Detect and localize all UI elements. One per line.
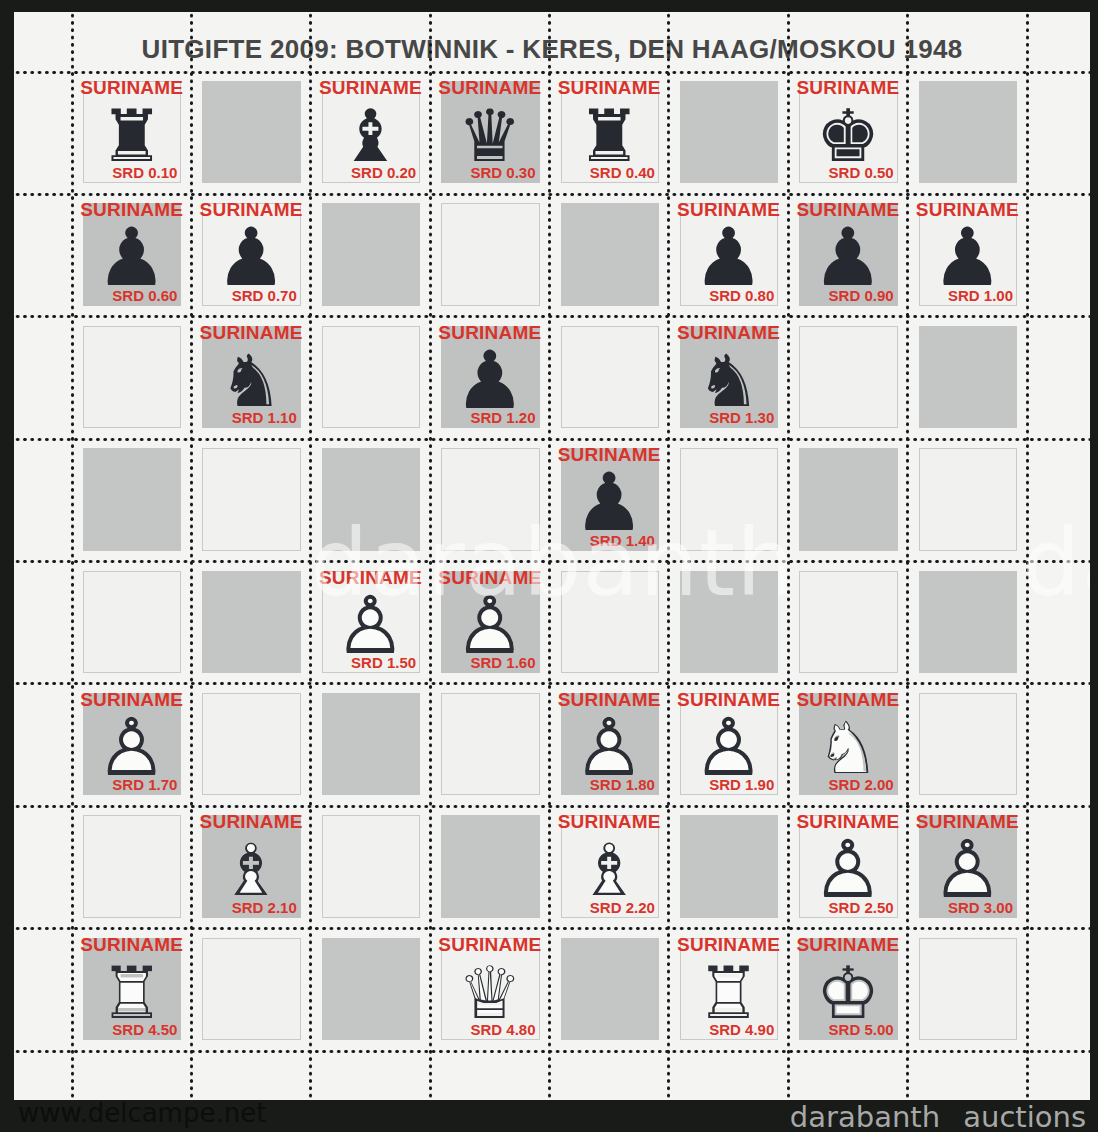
light-square (83, 815, 181, 917)
stamp-c8: SURINAME♝SRD 0.20 (311, 72, 430, 194)
stamp-sheet: UITGIFTE 2009: BOTWINNIK - KERES, DEN HA… (14, 12, 1090, 1100)
light-square (322, 326, 420, 428)
perforation-line (14, 926, 1090, 931)
dark-square (680, 81, 778, 183)
dark-square (919, 571, 1017, 673)
country-label: SURINAME (430, 77, 549, 99)
stamp-f2 (669, 806, 788, 928)
stamp-h3 (908, 684, 1027, 806)
stamp-e4 (550, 562, 669, 684)
stamp-value: SRD 3.00 (948, 899, 1013, 916)
perforation-line (14, 314, 1090, 319)
stamp-g1: SURINAME♚♔SRD 5.00 (788, 929, 907, 1051)
stamp-value: SRD 5.00 (829, 1021, 894, 1038)
stamp-e2: SURINAME♝♗SRD 2.20 (550, 806, 669, 928)
stamp-c4: SURINAME♟♙SRD 1.50 (311, 562, 430, 684)
stamp-h5 (908, 439, 1027, 561)
country-label: SURINAME (72, 77, 191, 99)
light-square (799, 326, 897, 428)
stamp-value: SRD 4.90 (709, 1021, 774, 1038)
stamp-value: SRD 0.30 (470, 164, 535, 181)
country-label: SURINAME (72, 199, 191, 221)
country-label: SURINAME (788, 689, 907, 711)
country-label: SURINAME (430, 934, 549, 956)
perforation-line (547, 12, 552, 1100)
perforation-line (189, 12, 194, 1100)
country-label: SURINAME (550, 689, 669, 711)
stamp-value: SRD 2.20 (590, 899, 655, 916)
country-label: SURINAME (550, 77, 669, 99)
dark-square (83, 448, 181, 550)
dark-square (919, 81, 1017, 183)
light-square (202, 693, 300, 795)
stamp-d1: SURINAME♛♕SRD 4.80 (430, 929, 549, 1051)
dark-square (322, 938, 420, 1040)
stamp-value: SRD 1.60 (470, 654, 535, 671)
perforation-line (70, 12, 75, 1100)
dark-square (680, 815, 778, 917)
dark-square (919, 326, 1017, 428)
stamp-d8: SURINAME♛SRD 0.30 (430, 72, 549, 194)
stamp-f5 (669, 439, 788, 561)
stamp-g5 (788, 439, 907, 561)
stamp-h2: SURINAME♟♙SRD 3.00 (908, 806, 1027, 928)
perforation-line (428, 12, 433, 1100)
dark-square (202, 571, 300, 673)
stamp-g2: SURINAME♟♙SRD 2.50 (788, 806, 907, 928)
dark-square (561, 203, 659, 305)
country-label: SURINAME (191, 322, 310, 344)
dark-square (561, 938, 659, 1040)
stamp-b4 (191, 562, 310, 684)
stamp-g6 (788, 317, 907, 439)
country-label: SURINAME (72, 934, 191, 956)
stamp-value: SRD 1.70 (112, 776, 177, 793)
stamp-b3 (191, 684, 310, 806)
stamp-value: SRD 2.10 (232, 899, 297, 916)
perforation-line (905, 12, 910, 1100)
dark-square (441, 815, 539, 917)
stamp-g7: SURINAME♟SRD 0.90 (788, 194, 907, 316)
stamp-e5: SURINAME♟SRD 1.40 (550, 439, 669, 561)
stamp-f3: SURINAME♟♙SRD 1.90 (669, 684, 788, 806)
perforation-line (308, 12, 313, 1100)
stamp-value: SRD 1.90 (709, 776, 774, 793)
stamp-value: SRD 2.50 (829, 899, 894, 916)
stamp-c3 (311, 684, 430, 806)
dark-square (202, 81, 300, 183)
stamp-d2 (430, 806, 549, 928)
stamp-a7: SURINAME♟SRD 0.60 (72, 194, 191, 316)
country-label: SURINAME (191, 811, 310, 833)
stamp-value: SRD 0.50 (829, 164, 894, 181)
stamp-value: SRD 0.80 (709, 287, 774, 304)
light-square (441, 203, 539, 305)
dark-square (322, 448, 420, 550)
dark-square (322, 203, 420, 305)
country-label: SURINAME (788, 811, 907, 833)
stamp-b7: SURINAME♟SRD 0.70 (191, 194, 310, 316)
country-label: SURINAME (908, 199, 1027, 221)
country-label: SURINAME (550, 811, 669, 833)
stamp-h4 (908, 562, 1027, 684)
dark-square (799, 448, 897, 550)
stamp-f7: SURINAME♟SRD 0.80 (669, 194, 788, 316)
light-square (202, 938, 300, 1040)
perforation-line (786, 12, 791, 1100)
stamp-b2: SURINAME♝♗SRD 2.10 (191, 806, 310, 928)
stamp-value: SRD 0.10 (112, 164, 177, 181)
country-label: SURINAME (788, 934, 907, 956)
stamp-h1 (908, 929, 1027, 1051)
stamp-c2 (311, 806, 430, 928)
country-label: SURINAME (669, 934, 788, 956)
light-square (561, 571, 659, 673)
stamp-d5 (430, 439, 549, 561)
perforation-line (14, 804, 1090, 809)
perforation-line (14, 559, 1090, 564)
perforation-line (14, 1049, 1090, 1054)
country-label: SURINAME (669, 322, 788, 344)
stamp-e8: SURINAME♜SRD 0.40 (550, 72, 669, 194)
stamp-c7 (311, 194, 430, 316)
stamp-a8: SURINAME♜SRD 0.10 (72, 72, 191, 194)
country-label: SURINAME (430, 322, 549, 344)
stamp-f4 (669, 562, 788, 684)
footer-right-text: darabanth auctions (790, 1100, 1086, 1132)
light-square (919, 448, 1017, 550)
stamp-c5 (311, 439, 430, 561)
perforation-line (14, 681, 1090, 686)
sheet-title: UITGIFTE 2009: BOTWINNIK - KERES, DEN HA… (14, 34, 1090, 65)
stamp-h7: SURINAME♟SRD 1.00 (908, 194, 1027, 316)
stamp-d7 (430, 194, 549, 316)
country-label: SURINAME (191, 199, 310, 221)
perforation-line (14, 192, 1090, 197)
country-label: SURINAME (311, 77, 430, 99)
stamp-value: SRD 1.30 (709, 409, 774, 426)
stamp-value: SRD 0.20 (351, 164, 416, 181)
stamp-a2 (72, 806, 191, 928)
stamp-value: SRD 0.40 (590, 164, 655, 181)
stamp-e1 (550, 929, 669, 1051)
stamp-b1 (191, 929, 310, 1051)
stamp-a5 (72, 439, 191, 561)
stamp-value: SRD 1.40 (590, 532, 655, 549)
light-square (680, 448, 778, 550)
dark-square (680, 571, 778, 673)
country-label: SURINAME (788, 199, 907, 221)
light-square (83, 326, 181, 428)
stamp-f6: SURINAME♞SRD 1.30 (669, 317, 788, 439)
stamp-f1: SURINAME♜♖SRD 4.90 (669, 929, 788, 1051)
stamp-b5 (191, 439, 310, 561)
stamp-d6: SURINAME♟SRD 1.20 (430, 317, 549, 439)
country-label: SURINAME (430, 567, 549, 589)
stamp-g8: SURINAME♚SRD 0.50 (788, 72, 907, 194)
stamp-value: SRD 0.70 (232, 287, 297, 304)
country-label: SURINAME (908, 811, 1027, 833)
stamp-c6 (311, 317, 430, 439)
stamp-value: SRD 1.50 (351, 654, 416, 671)
light-square (441, 448, 539, 550)
stamp-a1: SURINAME♜♖SRD 4.50 (72, 929, 191, 1051)
stamp-h6 (908, 317, 1027, 439)
stamp-value: SRD 1.00 (948, 287, 1013, 304)
stamp-g4 (788, 562, 907, 684)
country-label: SURINAME (669, 689, 788, 711)
stamp-e7 (550, 194, 669, 316)
stamp-f8 (669, 72, 788, 194)
light-square (441, 693, 539, 795)
light-square (83, 571, 181, 673)
perforation-line (666, 12, 671, 1100)
stamp-c1 (311, 929, 430, 1051)
perforation-line (14, 437, 1090, 442)
stamp-b8 (191, 72, 310, 194)
stamp-value: SRD 4.50 (112, 1021, 177, 1038)
light-square (561, 326, 659, 428)
footer-left-text: www.delcampe.net (18, 1098, 266, 1128)
stamp-value: SRD 1.10 (232, 409, 297, 426)
perforation-line (14, 70, 1090, 75)
stamp-value: SRD 2.00 (829, 776, 894, 793)
light-square (202, 448, 300, 550)
dark-square (322, 693, 420, 795)
stamp-value: SRD 0.60 (112, 287, 177, 304)
stamp-d3 (430, 684, 549, 806)
light-square (919, 693, 1017, 795)
light-square (919, 938, 1017, 1040)
stamp-value: SRD 1.20 (470, 409, 535, 426)
light-square (799, 571, 897, 673)
stamp-b6: SURINAME♞SRD 1.10 (191, 317, 310, 439)
stamp-a4 (72, 562, 191, 684)
stamp-h8 (908, 72, 1027, 194)
perforation-line (1025, 12, 1030, 1100)
stamp-value: SRD 1.80 (590, 776, 655, 793)
stamp-d4: SURINAME♟♙SRD 1.60 (430, 562, 549, 684)
country-label: SURINAME (550, 444, 669, 466)
stamp-value: SRD 4.80 (470, 1021, 535, 1038)
stamp-g3: SURINAME♞♘SRD 2.00 (788, 684, 907, 806)
light-square (322, 815, 420, 917)
stamp-a3: SURINAME♟♙SRD 1.70 (72, 684, 191, 806)
stamp-e6 (550, 317, 669, 439)
stamp-a6 (72, 317, 191, 439)
country-label: SURINAME (788, 77, 907, 99)
country-label: SURINAME (72, 689, 191, 711)
country-label: SURINAME (311, 567, 430, 589)
stamp-value: SRD 0.90 (829, 287, 894, 304)
country-label: SURINAME (669, 199, 788, 221)
stamp-e3: SURINAME♟♙SRD 1.80 (550, 684, 669, 806)
